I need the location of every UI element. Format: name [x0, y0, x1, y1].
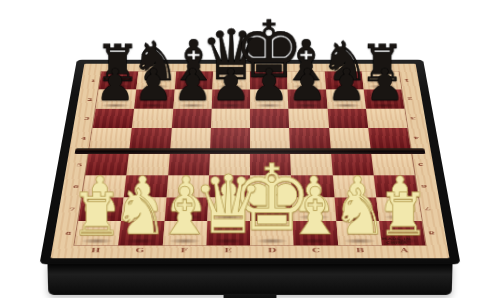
square-e6: [208, 175, 250, 197]
square-h5: [85, 154, 129, 175]
square-c3: [289, 109, 329, 129]
piece-shadow: [293, 103, 322, 107]
square-c8: ♝: [293, 221, 338, 245]
piece-shadow: [179, 84, 207, 88]
square-e7: ♟: [207, 198, 250, 221]
square-d7: ♟: [250, 198, 293, 221]
square-c2: ♟: [288, 90, 327, 109]
square-g7: ♟: [121, 198, 166, 221]
square-a7: ♟: [376, 198, 422, 221]
square-e4: [210, 128, 250, 148]
file-label-c: C: [294, 245, 339, 255]
file-label-d: D: [250, 245, 294, 255]
square-d1: ♚: [250, 72, 288, 90]
piece-shadow: [292, 84, 320, 88]
square-d8: ♚: [250, 221, 294, 245]
square-d6: [250, 175, 292, 197]
square-e2: ♟: [211, 90, 250, 109]
square-f7: ♟: [164, 198, 208, 221]
board-bottom-half-row: 5678 ♟♟♟♟♟♟♟♟♜♞♝♛♚♝♞♜ 5678: [58, 154, 442, 245]
piece-shadow: [298, 214, 330, 220]
rank-label-right-1: 1: [399, 72, 416, 90]
rank-label-right-2: 2: [401, 90, 418, 109]
square-h6: [82, 175, 127, 197]
square-d2: ♟: [250, 90, 289, 109]
board-surface: 1234 ♜♞♝♛♚♝♞♜♟♟♟♟♟♟♟♟ 1234 5678 ♟♟♟♟♟♟♟♟…: [50, 64, 449, 258]
hinge-seam: [75, 148, 426, 153]
square-h3: [93, 109, 135, 129]
piece-shadow: [216, 103, 245, 107]
square-b4: [329, 128, 371, 148]
piece-shadow: [141, 84, 170, 88]
rank-label-right-5: 5: [411, 154, 430, 175]
square-e1: ♛: [212, 72, 250, 90]
square-f4: [170, 128, 211, 148]
square-d5: [250, 154, 291, 175]
square-a1: ♜: [361, 72, 401, 90]
piece-shadow: [127, 214, 159, 220]
black-rook-h1: ♜: [95, 40, 140, 88]
square-e8: ♛: [206, 221, 250, 245]
piece-shadow: [170, 214, 202, 220]
square-g5: [127, 154, 170, 175]
black-bishop-c1: ♝: [281, 34, 331, 87]
square-a5: [371, 154, 415, 175]
piece-shadow: [80, 238, 113, 244]
piece-shadow: [124, 238, 157, 244]
square-a4: [368, 128, 410, 148]
piece-shadow: [104, 84, 133, 88]
square-f8: ♝: [162, 221, 207, 245]
piece-shadow: [370, 103, 399, 107]
piece-shadow: [256, 238, 289, 244]
box-front-edge: [47, 263, 452, 295]
square-f1: ♝: [174, 72, 213, 90]
square-e3: [211, 109, 250, 129]
square-h2: ♟: [96, 90, 137, 109]
rank-label-right-3: 3: [404, 109, 422, 129]
square-b6: [332, 175, 376, 197]
square-c6: [291, 175, 334, 197]
piece-shadow: [332, 103, 361, 107]
square-b1: ♞: [324, 72, 363, 90]
file-label-g: G: [117, 245, 162, 255]
piece-shadow: [299, 238, 332, 244]
square-g3: [132, 109, 173, 129]
board-frame: 1234 ♜♞♝♛♚♝♞♜♟♟♟♟♟♟♟♟ 1234 5678 ♟♟♟♟♟♟♟♟…: [39, 60, 460, 265]
square-g1: ♞: [136, 72, 175, 90]
square-g8: ♞: [118, 221, 164, 245]
square-b3: [327, 109, 368, 129]
piece-shadow: [178, 103, 207, 107]
piece-shadow: [255, 103, 284, 107]
piece-shadow: [212, 238, 245, 244]
piece-shadow: [139, 103, 168, 107]
square-h8: ♜: [75, 221, 122, 245]
rank-label-right-8: 8: [422, 221, 442, 245]
piece-shadow: [255, 214, 287, 220]
piece-shadow: [343, 238, 376, 244]
rank-label-right-6: 6: [415, 175, 434, 197]
square-c7: ♟: [292, 198, 336, 221]
square-c5: [290, 154, 332, 175]
square-e5: [209, 154, 250, 175]
square-d3: [250, 109, 289, 129]
square-d4: [250, 128, 290, 148]
file-labels: HGFEDCBA: [73, 245, 427, 255]
square-b7: ♟: [334, 198, 379, 221]
square-g4: [130, 128, 172, 148]
chess-board: 1234 ♜♞♝♛♚♝♞♜♟♟♟♟♟♟♟♟ 1234 5678 ♟♟♟♟♟♟♟♟…: [39, 60, 460, 265]
black-knight-g1: ♞: [131, 36, 180, 88]
piece-shadow: [168, 238, 201, 244]
file-label-f: F: [162, 245, 207, 255]
square-g6: [124, 175, 168, 197]
board-top-half-row: 1234 ♜♞♝♛♚♝♞♜♟♟♟♟♟♟♟♟ 1234: [75, 72, 426, 149]
square-c4: [289, 128, 330, 148]
file-label-h: H: [73, 245, 118, 255]
black-bishop-f1: ♝: [168, 34, 218, 87]
piece-shadow: [101, 103, 130, 107]
black-rook-a1: ♜: [359, 40, 404, 88]
square-c1: ♝: [287, 72, 326, 90]
square-a2: ♟: [364, 90, 405, 109]
piece-shadow: [330, 84, 359, 88]
white-king-d8: ♚: [231, 156, 313, 243]
square-a3: [366, 109, 408, 129]
square-g2: ♟: [134, 90, 174, 109]
square-f2: ♟: [173, 90, 212, 109]
square-f6: [166, 175, 209, 197]
square-b2: ♟: [326, 90, 366, 109]
board-ranks-1-4: ♜♞♝♛♚♝♞♜♟♟♟♟♟♟♟♟: [90, 72, 411, 149]
piece-shadow: [255, 84, 283, 88]
piece-shadow: [217, 84, 245, 88]
file-label-b: B: [338, 245, 383, 255]
board-ranks-5-8: ♟♟♟♟♟♟♟♟♜♞♝♛♚♝♞♜: [75, 154, 426, 245]
square-f3: [171, 109, 211, 129]
piece-shadow: [341, 214, 373, 220]
square-h1: ♜: [99, 72, 139, 90]
rank-label-right-7: 7: [418, 198, 438, 221]
product-photo: 1234 ♜♞♝♛♚♝♞♜♟♟♟♟♟♟♟♟ 1234 5678 ♟♟♟♟♟♟♟♟…: [0, 0, 500, 298]
square-h4: [90, 128, 132, 148]
piece-shadow: [383, 214, 416, 220]
piece-shadow: [368, 84, 397, 88]
piece-shadow: [84, 214, 117, 220]
latch-tab: [224, 294, 277, 298]
square-b5: [331, 154, 374, 175]
file-label-e: E: [206, 245, 250, 255]
file-label-a: A: [382, 245, 427, 255]
square-a6: [373, 175, 418, 197]
square-f5: [168, 154, 210, 175]
piece-shadow: [213, 214, 245, 220]
square-h7: ♟: [78, 198, 124, 221]
